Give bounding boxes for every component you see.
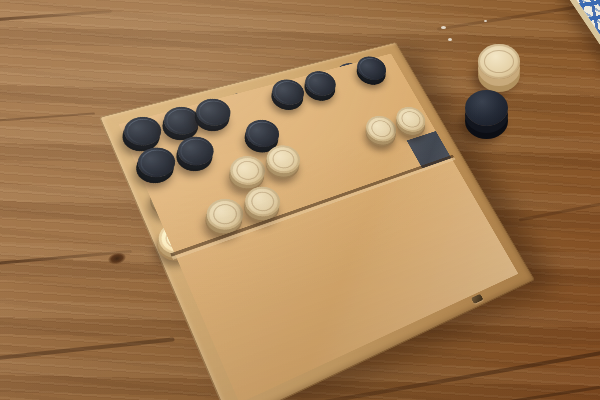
offboard-white-stack[interactable] (478, 44, 520, 79)
paint-speck (441, 26, 446, 29)
scene (0, 0, 600, 400)
dark-checker-piece[interactable] (119, 113, 166, 149)
paint-speck (448, 38, 452, 41)
paint-speck (484, 20, 487, 22)
frame-clasp-icon (471, 294, 483, 304)
offboard-black-stack[interactable] (465, 90, 508, 126)
